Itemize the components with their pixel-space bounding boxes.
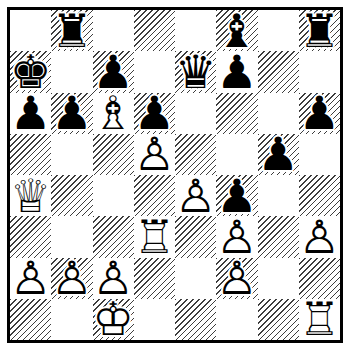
- black-pawn-icon: ♟: [216, 49, 257, 95]
- square-g8[interactable]: [258, 10, 299, 51]
- square-g4[interactable]: [258, 175, 299, 216]
- square-c6[interactable]: ♝♗: [93, 93, 134, 134]
- square-e4[interactable]: ♟♙: [175, 175, 216, 216]
- square-e6[interactable]: [175, 93, 216, 134]
- black-pawn-icon: ♟: [258, 131, 299, 177]
- white-rook-icon: ♖: [299, 296, 340, 342]
- black-queen-e7: ♛♛: [175, 51, 216, 92]
- white-pawn-f2: ♟♙: [216, 258, 257, 299]
- square-a2[interactable]: ♟♙: [10, 258, 51, 299]
- square-b2[interactable]: ♟♙: [51, 258, 92, 299]
- square-g2[interactable]: [258, 258, 299, 299]
- black-pawn-g5: ♟♟: [258, 134, 299, 175]
- square-d1[interactable]: [134, 299, 175, 340]
- black-pawn-b6: ♟♟: [51, 93, 92, 134]
- black-queen-icon: ♛: [175, 49, 216, 95]
- black-rook-icon: ♜: [299, 8, 340, 54]
- square-d3[interactable]: ♜♖: [134, 216, 175, 257]
- square-a6[interactable]: ♟♟: [10, 93, 51, 134]
- white-pawn-d5: ♟♙: [134, 134, 175, 175]
- white-rook-d3: ♜♖: [134, 216, 175, 257]
- white-pawn-h3: ♟♙: [299, 216, 340, 257]
- square-b6[interactable]: ♟♟: [51, 93, 92, 134]
- square-e2[interactable]: [175, 258, 216, 299]
- white-pawn-a2: ♟♙: [10, 258, 51, 299]
- chess-board: ♜♜♝♝♜♜♚♚♟♟♛♛♟♟♟♟♟♟♝♗♟♟♟♟♟♙♟♟♛♕♟♙♟♟♜♖♟♙♟♙…: [7, 7, 343, 343]
- square-h3[interactable]: ♟♙: [299, 216, 340, 257]
- black-rook-b8: ♜♜: [51, 10, 92, 51]
- square-a1[interactable]: [10, 299, 51, 340]
- square-f7[interactable]: ♟♟: [216, 51, 257, 92]
- white-pawn-icon: ♙: [216, 255, 257, 301]
- square-h8[interactable]: ♜♜: [299, 10, 340, 51]
- white-bishop-icon: ♗: [93, 90, 134, 136]
- white-pawn-icon: ♙: [134, 131, 175, 177]
- square-c1[interactable]: ♚♔: [93, 299, 134, 340]
- white-rook-h1: ♜♖: [299, 299, 340, 340]
- square-h6[interactable]: ♟♟: [299, 93, 340, 134]
- square-e1[interactable]: [175, 299, 216, 340]
- white-pawn-b2: ♟♙: [51, 258, 92, 299]
- white-queen-icon: ♕: [10, 173, 51, 219]
- square-g1[interactable]: [258, 299, 299, 340]
- white-pawn-icon: ♙: [175, 173, 216, 219]
- black-rook-icon: ♜: [51, 8, 92, 54]
- square-c5[interactable]: [93, 134, 134, 175]
- square-g3[interactable]: [258, 216, 299, 257]
- square-g7[interactable]: [258, 51, 299, 92]
- chess-diagram-page: ♜♜♝♝♜♜♚♚♟♟♛♛♟♟♟♟♟♟♝♗♟♟♟♟♟♙♟♟♛♕♟♙♟♟♜♖♟♙♟♙…: [0, 0, 350, 350]
- square-h1[interactable]: ♜♖: [299, 299, 340, 340]
- square-h5[interactable]: [299, 134, 340, 175]
- square-b5[interactable]: [51, 134, 92, 175]
- white-king-c1: ♚♔: [93, 299, 134, 340]
- square-e7[interactable]: ♛♛: [175, 51, 216, 92]
- square-b8[interactable]: ♜♜: [51, 10, 92, 51]
- square-b1[interactable]: [51, 299, 92, 340]
- square-f1[interactable]: [216, 299, 257, 340]
- square-g5[interactable]: ♟♟: [258, 134, 299, 175]
- black-pawn-f7: ♟♟: [216, 51, 257, 92]
- square-d5[interactable]: ♟♙: [134, 134, 175, 175]
- square-d2[interactable]: [134, 258, 175, 299]
- white-rook-icon: ♖: [134, 214, 175, 260]
- white-pawn-e4: ♟♙: [175, 175, 216, 216]
- white-bishop-c6: ♝♗: [93, 93, 134, 134]
- square-b4[interactable]: [51, 175, 92, 216]
- black-pawn-a6: ♟♟: [10, 93, 51, 134]
- square-c4[interactable]: [93, 175, 134, 216]
- white-king-icon: ♔: [93, 296, 134, 342]
- white-pawn-icon: ♙: [51, 255, 92, 301]
- black-pawn-icon: ♟: [10, 90, 51, 136]
- square-f6[interactable]: [216, 93, 257, 134]
- black-pawn-icon: ♟: [51, 90, 92, 136]
- black-pawn-icon: ♟: [299, 90, 340, 136]
- square-d8[interactable]: [134, 10, 175, 51]
- white-queen-a4: ♛♕: [10, 175, 51, 216]
- white-pawn-icon: ♙: [10, 255, 51, 301]
- square-e3[interactable]: [175, 216, 216, 257]
- square-f2[interactable]: ♟♙: [216, 258, 257, 299]
- square-a4[interactable]: ♛♕: [10, 175, 51, 216]
- black-rook-h8: ♜♜: [299, 10, 340, 51]
- black-pawn-h6: ♟♟: [299, 93, 340, 134]
- white-pawn-icon: ♙: [299, 214, 340, 260]
